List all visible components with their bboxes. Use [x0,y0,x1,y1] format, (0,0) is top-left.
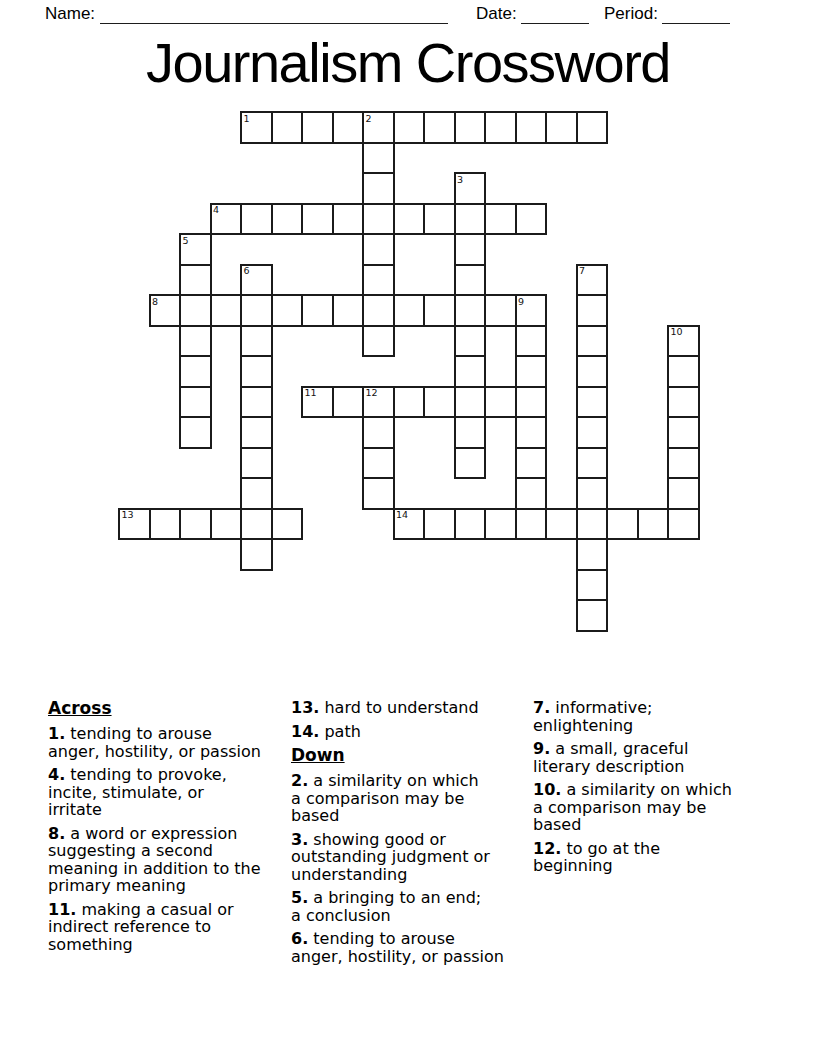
grid-cell-r7c18[interactable]: 10 [667,325,700,358]
grid-cell-r13c1[interactable] [149,508,182,541]
cell-number: 2 [366,114,372,124]
name-label: Name: [45,3,95,25]
date-input-line[interactable] [521,3,589,24]
grid-cell-r4c8[interactable] [362,233,395,266]
down-heading: Down [291,746,529,765]
cell-number: 9 [518,297,524,307]
period-label: Period: [604,3,658,25]
grid-cell-r8c4[interactable] [240,355,273,388]
grid-cell-r3c9[interactable] [393,203,426,236]
grid-cell-r0c11[interactable] [454,111,487,144]
page-title: Journalism Crossword [0,32,816,94]
grid-cell-r4c2[interactable]: 5 [179,233,212,266]
grid-cell-r0c4[interactable]: 1 [240,111,273,144]
clue-number: 8. [48,824,65,843]
grid-cell-r11c8[interactable] [362,447,395,480]
grid-cell-r6c2[interactable] [179,294,212,327]
clue-number: 12. [533,839,561,858]
clue-down-9: 9. a small, graceful literary descriptio… [533,740,779,775]
grid-cell-r9c2[interactable] [179,386,212,419]
clue-across-4: 4. tending to provoke, incite, stimulate… [48,766,288,819]
period-input-line[interactable] [662,3,730,24]
grid-cell-r13c12[interactable] [484,508,517,541]
grid-cell-r6c13[interactable]: 9 [515,294,548,327]
grid-cell-r13c10[interactable] [423,508,456,541]
cell-number: 13 [122,510,134,520]
grid-cell-r6c6[interactable] [301,294,334,327]
grid-cell-r9c12[interactable] [484,386,517,419]
grid-cell-r9c8[interactable]: 12 [362,386,395,419]
grid-cell-r14c4[interactable] [240,538,273,571]
grid-cell-r11c15[interactable] [576,447,609,480]
grid-cell-r12c15[interactable] [576,477,609,510]
cell-number: 12 [366,388,378,398]
across-heading: Across [48,699,288,718]
grid-cell-r12c18[interactable] [667,477,700,510]
grid-cell-r4c11[interactable] [454,233,487,266]
grid-cell-r0c13[interactable] [515,111,548,144]
clue-number: 7. [533,698,550,717]
grid-cell-r0c14[interactable] [545,111,578,144]
clue-down-6: 6. tending to arouse anger, hostility, o… [291,930,529,965]
grid-cell-r3c4[interactable] [240,203,273,236]
name-input-line[interactable] [100,3,448,24]
grid-cell-r0c12[interactable] [484,111,517,144]
clues-column-1: Across1. tending to arouse anger, hostil… [48,699,288,959]
date-label: Date: [476,3,517,25]
grid-cell-r3c13[interactable] [515,203,548,236]
clue-number: 14. [291,722,319,741]
grid-cell-r12c4[interactable] [240,477,273,510]
clue-across-11: 11. making a casual or indirect referenc… [48,901,288,954]
grid-cell-r8c13[interactable] [515,355,548,388]
grid-cell-r3c7[interactable] [332,203,365,236]
grid-cell-r9c6[interactable]: 11 [301,386,334,419]
grid-cell-r0c9[interactable] [393,111,426,144]
cell-number: 11 [305,388,317,398]
clue-down-7: 7. informative; enlightening [533,699,779,734]
grid-cell-r9c9[interactable] [393,386,426,419]
grid-cell-r13c18[interactable] [667,508,700,541]
clue-number: 1. [48,724,65,743]
grid-cell-r9c15[interactable] [576,386,609,419]
grid-cell-r16c15[interactable] [576,599,609,632]
clue-across-8: 8. a word or expression suggesting a sec… [48,825,288,895]
clue-number: 9. [533,739,550,758]
clue-down-2: 2. a similarity on which a comparison ma… [291,772,529,825]
grid-cell-r13c15[interactable] [576,508,609,541]
grid-cell-r7c11[interactable] [454,325,487,358]
grid-cell-r8c15[interactable] [576,355,609,388]
clue-down-12: 12. to go at the beginning [533,840,779,875]
cell-number: 5 [183,236,189,246]
cell-number: 1 [244,114,250,124]
clue-number: 11. [48,900,76,919]
grid-cell-r10c2[interactable] [179,416,212,449]
grid-cell-r13c14[interactable] [545,508,578,541]
grid-cell-r13c17[interactable] [637,508,670,541]
grid-cell-r5c8[interactable] [362,264,395,297]
grid-cell-r5c11[interactable] [454,264,487,297]
grid-cell-r8c18[interactable] [667,355,700,388]
grid-cell-r13c0[interactable]: 13 [118,508,151,541]
grid-cell-r6c12[interactable] [484,294,517,327]
grid-cell-r6c9[interactable] [393,294,426,327]
grid-cell-r13c3[interactable] [210,508,243,541]
cell-number: 6 [244,266,250,276]
cell-number: 3 [457,175,463,185]
grid-cell-r7c4[interactable] [240,325,273,358]
grid-cell-r6c10[interactable] [423,294,456,327]
grid-cell-r5c4[interactable]: 6 [240,264,273,297]
grid-cell-r12c8[interactable] [362,477,395,510]
grid-cell-r13c4[interactable] [240,508,273,541]
grid-cell-r10c15[interactable] [576,416,609,449]
grid-cell-r9c18[interactable] [667,386,700,419]
grid-cell-r5c2[interactable] [179,264,212,297]
clue-number: 5. [291,888,308,907]
grid-cell-r6c3[interactable] [210,294,243,327]
grid-cell-r0c5[interactable] [271,111,304,144]
grid-cell-r11c13[interactable] [515,447,548,480]
grid-cell-r7c8[interactable] [362,325,395,358]
grid-cell-r3c12[interactable] [484,203,517,236]
grid-cell-r11c18[interactable] [667,447,700,480]
grid-cell-r14c15[interactable] [576,538,609,571]
grid-cell-r10c18[interactable] [667,416,700,449]
grid-cell-r6c15[interactable] [576,294,609,327]
grid-cell-r3c11[interactable] [454,203,487,236]
clue-down-10: 10. a similarity on which a comparison m… [533,781,779,834]
grid-cell-r3c3[interactable]: 4 [210,203,243,236]
grid-cell-r9c7[interactable] [332,386,365,419]
grid-cell-r9c13[interactable] [515,386,548,419]
grid-cell-r6c8[interactable] [362,294,395,327]
grid-cell-r6c7[interactable] [332,294,365,327]
grid-cell-r0c8[interactable]: 2 [362,111,395,144]
grid-cell-r10c11[interactable] [454,416,487,449]
grid-cell-r13c2[interactable] [179,508,212,541]
grid-cell-r11c4[interactable] [240,447,273,480]
grid-cell-r5c15[interactable]: 7 [576,264,609,297]
clue-number: 4. [48,765,65,784]
grid-cell-r1c8[interactable] [362,142,395,175]
grid-cell-r9c4[interactable] [240,386,273,419]
grid-cell-r2c8[interactable] [362,172,395,205]
cell-number: 7 [579,266,585,276]
cell-number: 4 [213,205,219,215]
grid-cell-r0c10[interactable] [423,111,456,144]
crossword-grid: 1234567891011121314 [118,111,700,632]
grid-cell-r11c11[interactable] [454,447,487,480]
grid-cell-r7c15[interactable] [576,325,609,358]
grid-cell-r7c2[interactable] [179,325,212,358]
grid-cell-r6c1[interactable]: 8 [149,294,182,327]
grid-cell-r13c5[interactable] [271,508,304,541]
grid-cell-r3c5[interactable] [271,203,304,236]
grid-cell-r0c7[interactable] [332,111,365,144]
cell-number: 8 [152,297,158,307]
grid-cell-r8c2[interactable] [179,355,212,388]
clue-across-14: 14. path [291,723,529,741]
clue-number: 2. [291,771,308,790]
grid-cell-r9c10[interactable] [423,386,456,419]
grid-cell-r12c13[interactable] [515,477,548,510]
grid-cell-r6c5[interactable] [271,294,304,327]
cell-number: 14 [396,510,408,520]
clue-down-3: 3. showing good or outstanding judgment … [291,831,529,884]
grid-cell-r10c8[interactable] [362,416,395,449]
grid-cell-r13c11[interactable] [454,508,487,541]
grid-cell-r15c15[interactable] [576,569,609,602]
clues-column-2: 13. hard to understand14. pathDown2. a s… [291,699,529,971]
grid-cell-r13c13[interactable] [515,508,548,541]
grid-cell-r3c8[interactable] [362,203,395,236]
grid-cell-r10c4[interactable] [240,416,273,449]
clue-across-13: 13. hard to understand [291,699,529,717]
grid-cell-r13c16[interactable] [606,508,639,541]
clue-across-1: 1. tending to arouse anger, hostility, o… [48,725,288,760]
grid-cell-r3c10[interactable] [423,203,456,236]
grid-cell-r0c6[interactable] [301,111,334,144]
clues-column-3: 7. informative; enlightening9. a small, … [533,699,779,881]
clue-number: 10. [533,780,561,799]
grid-cell-r2c11[interactable]: 3 [454,172,487,205]
grid-cell-r10c13[interactable] [515,416,548,449]
cell-number: 10 [671,327,683,337]
grid-cell-r0c15[interactable] [576,111,609,144]
grid-cell-r9c11[interactable] [454,386,487,419]
clue-down-5: 5. a bringing to an end; a conclusion [291,889,529,924]
clue-number: 6. [291,929,308,948]
grid-cell-r8c11[interactable] [454,355,487,388]
clue-number: 13. [291,698,319,717]
grid-cell-r6c11[interactable] [454,294,487,327]
grid-cell-r13c9[interactable]: 14 [393,508,426,541]
grid-cell-r6c4[interactable] [240,294,273,327]
clue-number: 3. [291,830,308,849]
grid-cell-r3c6[interactable] [301,203,334,236]
grid-cell-r7c13[interactable] [515,325,548,358]
